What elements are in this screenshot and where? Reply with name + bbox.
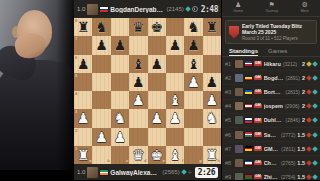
- square-c7[interactable]: ♟: [111, 36, 129, 54]
- square-e5[interactable]: [148, 73, 166, 91]
- rank-label: 8: [75, 19, 77, 23]
- piece-black-pawn[interactable]: ♟: [114, 38, 127, 52]
- bottom-player-clock: 2:26: [195, 167, 218, 178]
- square-b3[interactable]: [92, 109, 110, 127]
- piece-white-pawn[interactable]: ♟: [206, 93, 219, 107]
- square-e8[interactable]: ♚: [148, 18, 166, 36]
- bottom-player-name[interactable]: GalwayAlexander: [110, 169, 160, 176]
- top-player-bar: 1.0 BogdanDeryabin09 (2145) 2:48: [74, 0, 221, 18]
- badge-diamond-icon: [312, 89, 318, 95]
- square-a7[interactable]: 7: [74, 36, 92, 54]
- row-score-area: 1.5: [297, 132, 317, 138]
- piece-black-pawn[interactable]: ♟: [132, 75, 145, 89]
- square-h1[interactable]: h♜: [203, 146, 221, 164]
- player-score: 1.5: [297, 160, 305, 166]
- square-d3[interactable]: [129, 109, 147, 127]
- square-f3[interactable]: ♟: [166, 109, 184, 127]
- piece-white-pawn[interactable]: ♟: [132, 93, 145, 107]
- player-name: jospem: [264, 103, 283, 109]
- player-rating: (2772): [281, 132, 295, 138]
- square-h7[interactable]: [203, 36, 221, 54]
- stream-screen: 1.0 BogdanDeryabin09 (2145) 2:48 8♜♞♛♚♞♜…: [0, 0, 320, 180]
- square-g4[interactable]: [184, 91, 202, 109]
- player-name: Hikaru: [264, 61, 281, 67]
- square-d7[interactable]: [129, 36, 147, 54]
- title-chip: GM: [254, 61, 262, 66]
- country-flag-icon: [245, 175, 252, 180]
- piece-black-pawn[interactable]: ♟: [95, 38, 108, 52]
- rank-number: #7: [225, 146, 233, 152]
- badge-diamond-icon: [312, 174, 318, 180]
- piece-black-pawn[interactable]: ♟: [187, 38, 200, 52]
- toolbar-button-more[interactable]: ⚙More: [301, 2, 309, 14]
- title-chip: GM: [254, 132, 262, 137]
- rank-label: 3: [75, 110, 77, 114]
- country-flag-icon: [245, 146, 252, 151]
- square-a2[interactable]: 2: [74, 128, 92, 146]
- rank-label: 6: [75, 56, 77, 60]
- badge-diamond-icon: [306, 174, 312, 180]
- square-g3[interactable]: [184, 109, 202, 127]
- badge-diamond-icon: [312, 118, 318, 124]
- square-h5[interactable]: ♟: [203, 73, 221, 91]
- square-c4[interactable]: [111, 91, 129, 109]
- square-c6[interactable]: [111, 55, 129, 73]
- membership-diamond-icon: [185, 6, 191, 12]
- square-a3[interactable]: 3♟: [74, 109, 92, 127]
- square-b8[interactable]: ♞: [92, 18, 110, 36]
- square-e4[interactable]: [148, 91, 166, 109]
- clock-icon: [192, 6, 198, 12]
- country-flag-icon: [245, 76, 252, 81]
- title-chip: GM: [254, 118, 262, 123]
- title-chip: GM: [254, 90, 262, 95]
- piece-white-pawn[interactable]: ♟: [77, 111, 90, 125]
- tab-standings[interactable]: Standings: [229, 48, 258, 56]
- player-score: 2: [302, 61, 305, 67]
- player-avatar: [235, 131, 243, 139]
- title-chip: GM: [254, 175, 262, 180]
- square-b1[interactable]: b: [92, 146, 110, 164]
- piece-white-pawn[interactable]: ♟: [187, 75, 200, 89]
- player-score: 2: [302, 103, 305, 109]
- country-flag-icon: [245, 90, 252, 95]
- file-label: e: [163, 159, 165, 163]
- square-e6[interactable]: ♟: [148, 55, 166, 73]
- player-name: Duhless: [264, 117, 284, 123]
- standings-row[interactable]: #1GMHikaru(3212)2: [222, 57, 320, 71]
- square-b7[interactable]: ♟: [92, 36, 110, 54]
- file-label: a: [89, 159, 91, 163]
- top-player-rating: (2145): [166, 6, 183, 12]
- player-avatar: [235, 159, 243, 167]
- tournament-sidebar: ♟Game⚑Tourney⚙More Early Titled Tuesday …: [221, 0, 320, 180]
- tab-games[interactable]: Games: [268, 48, 287, 56]
- piece-black-pawn[interactable]: ♟: [169, 38, 182, 52]
- square-d5[interactable]: ♟: [129, 73, 147, 91]
- standings-row[interactable]: #5GMDuhless(2846)2: [222, 114, 320, 128]
- square-e3[interactable]: ♟: [148, 109, 166, 127]
- rank-number: #9: [225, 174, 233, 180]
- square-b5[interactable]: [92, 73, 110, 91]
- square-h3[interactable]: ♞: [203, 109, 221, 127]
- player-avatar: [235, 173, 243, 180]
- square-f7[interactable]: ♟: [166, 36, 184, 54]
- square-g6[interactable]: ♝: [184, 55, 202, 73]
- player-name: Bortnyk: [264, 89, 284, 95]
- row-score-area: 2: [302, 61, 317, 67]
- square-b4[interactable]: [92, 91, 110, 109]
- square-d4[interactable]: ♟: [129, 91, 147, 109]
- player-rating: (3212): [283, 61, 297, 67]
- row-score-area: 1.5: [297, 146, 317, 152]
- square-b6[interactable]: [92, 55, 110, 73]
- top-player-avatar[interactable]: [87, 4, 98, 15]
- player-avatar: [235, 102, 243, 110]
- rank-number: #4: [225, 103, 233, 109]
- toolbar-button-tourney[interactable]: ⚑Tourney: [266, 2, 278, 14]
- piece-white-rook[interactable]: ♜: [77, 148, 90, 162]
- square-g1[interactable]: g: [184, 146, 202, 164]
- country-flag-icon: [245, 161, 252, 166]
- player-rating: (2754): [281, 174, 295, 180]
- player-rating: (2765): [281, 160, 295, 166]
- row-score-area: 2: [302, 103, 317, 109]
- square-a1[interactable]: 1a♜: [74, 146, 92, 164]
- standings-row[interactable]: #8GMChopper900(2765)1.5: [222, 156, 320, 170]
- toolbar-label: Game: [233, 10, 243, 14]
- square-f6[interactable]: [166, 55, 184, 73]
- title-chip: GM: [254, 104, 262, 109]
- square-f8[interactable]: [166, 18, 184, 36]
- tournament-banner[interactable]: Early Titled Tuesday Blitz March 25 2025…: [225, 20, 317, 44]
- toolbar-label: More: [301, 10, 309, 14]
- square-a6[interactable]: 6♟: [74, 55, 92, 73]
- player-score: 1.5: [297, 146, 305, 152]
- top-player-clock: 2:48: [201, 5, 218, 14]
- rank-number: #1: [225, 61, 233, 67]
- country-flag-icon: [245, 132, 252, 137]
- badge-diamond-icon: [306, 103, 312, 109]
- badge-diamond-icon: [312, 160, 318, 166]
- player-rating: (2811): [281, 146, 295, 152]
- rank-label: 4: [75, 92, 77, 96]
- flag-icon: ⚑: [269, 2, 275, 9]
- player-score: 2: [302, 89, 305, 95]
- file-label: d: [144, 159, 146, 163]
- player-avatar: [235, 74, 243, 82]
- square-d8[interactable]: ♛: [129, 18, 147, 36]
- rank-number: #6: [225, 132, 233, 138]
- piece-white-pawn[interactable]: ♟: [150, 111, 163, 125]
- tournament-shield-icon: [229, 26, 239, 39]
- square-a8[interactable]: 8♜: [74, 18, 92, 36]
- file-label: g: [199, 159, 201, 163]
- piece-black-bishop[interactable]: ♝: [132, 57, 145, 71]
- file-label: b: [107, 159, 109, 163]
- rank-number: #5: [225, 117, 233, 123]
- rank-label: 2: [75, 129, 77, 133]
- badge-diamond-icon: [312, 103, 318, 109]
- title-chip: GM: [254, 76, 262, 81]
- square-d1[interactable]: d♛: [129, 146, 147, 164]
- square-f1[interactable]: f♝: [166, 146, 184, 164]
- tournament-subtitle: Round 3 of 11 • 512 Players: [242, 36, 313, 41]
- square-h2[interactable]: [203, 128, 221, 146]
- piece-black-queen[interactable]: ♛: [132, 20, 145, 34]
- square-b2[interactable]: ♟: [92, 128, 110, 146]
- row-score-area: 2: [302, 75, 317, 81]
- player-rating: (2891): [285, 75, 299, 81]
- standings-row[interactable]: #2GMBogdanDeac(2891)2: [222, 71, 320, 85]
- square-e2[interactable]: [148, 128, 166, 146]
- piece-white-queen[interactable]: ♛: [132, 148, 145, 162]
- plus-icon[interactable]: +: [188, 169, 192, 176]
- player-score: 2: [302, 117, 305, 123]
- piece-white-bishop[interactable]: ♝: [169, 148, 182, 162]
- square-a4[interactable]: 4: [74, 91, 92, 109]
- player-avatar: [235, 145, 243, 153]
- pawn-icon: ♟: [235, 2, 241, 9]
- square-h4[interactable]: ♟: [203, 91, 221, 109]
- rank-label: 7: [75, 37, 77, 41]
- square-g2[interactable]: [184, 128, 202, 146]
- bottom-match-score: 1.0: [77, 169, 85, 175]
- badge-diamond-icon: [312, 61, 318, 67]
- gear-icon: ⚙: [302, 2, 308, 9]
- player-name: Zhigalko_Sergei: [264, 174, 279, 180]
- country-flag-icon: [245, 104, 252, 109]
- title-chip: GM: [254, 146, 262, 151]
- player-avatar: [235, 88, 243, 96]
- piece-black-pawn[interactable]: ♟: [150, 57, 163, 71]
- row-score-area: 2: [302, 117, 317, 123]
- badge-diamond-icon: [312, 132, 318, 138]
- player-avatar: [235, 116, 243, 124]
- membership-diamond-icon: [181, 169, 187, 175]
- square-f2[interactable]: [166, 128, 184, 146]
- bottom-player-flag-icon: [100, 170, 108, 175]
- sidebar-toolbar: ♟Game⚑Tourney⚙More: [222, 0, 320, 17]
- rank-number: #3: [225, 89, 233, 95]
- row-score-area: 1.5: [297, 174, 317, 180]
- player-score: 2: [302, 75, 305, 81]
- square-a5[interactable]: 5: [74, 73, 92, 91]
- rank-number: #2: [225, 75, 233, 81]
- piece-white-pawn[interactable]: ♟: [114, 130, 127, 144]
- piece-white-king[interactable]: ♚: [150, 148, 163, 162]
- player-name: Sanan_Sjugirov: [264, 132, 279, 138]
- standings-row[interactable]: #3GMBortnyk(2815)2: [222, 85, 320, 99]
- country-flag-icon: [245, 61, 252, 66]
- sidebar-tabs: StandingsGames: [222, 46, 320, 57]
- square-h6[interactable]: [203, 55, 221, 73]
- player-rating: (2815): [285, 89, 299, 95]
- top-match-score: 1.0: [77, 6, 85, 12]
- piece-black-knight[interactable]: ♞: [95, 20, 108, 34]
- bottom-player-rating: (2565): [162, 169, 179, 175]
- standings-row[interactable]: #6GMSanan_Sjugirov(2772)1.5: [222, 128, 320, 142]
- file-label: h: [218, 159, 220, 163]
- standings-list: #1GMHikaru(3212)2#2GMBogdanDeac(2891)2#3…: [222, 57, 320, 180]
- square-g5[interactable]: ♟: [184, 73, 202, 91]
- file-label: c: [126, 159, 128, 163]
- rank-label: 1: [75, 147, 77, 151]
- square-d2[interactable]: [129, 128, 147, 146]
- piece-white-pawn[interactable]: ♟: [95, 130, 108, 144]
- player-score: 1.5: [297, 132, 305, 138]
- bottom-player-bar: 1.0 GalwayAlexander (2565) + 2:26: [74, 164, 221, 180]
- row-score-area: 2: [302, 89, 317, 95]
- badge-diamond-icon: [306, 160, 312, 166]
- toolbar-label: Tourney: [266, 10, 278, 14]
- piece-black-rook[interactable]: ♜: [77, 20, 90, 34]
- badge-diamond-icon: [312, 75, 318, 81]
- webcam-shadow: [56, 0, 74, 170]
- standings-row[interactable]: #9GMZhigalko_Sergei(2754)1.5: [222, 171, 320, 181]
- square-c2[interactable]: ♟: [111, 128, 129, 146]
- square-d6[interactable]: ♝: [129, 55, 147, 73]
- badge-diamond-icon: [306, 118, 312, 124]
- tournament-title: Early Titled Tuesday Blitz March 25 2025: [242, 23, 313, 35]
- player-name: Chopper900: [264, 160, 279, 166]
- piece-white-rook[interactable]: ♜: [206, 148, 219, 162]
- title-chip: GM: [254, 161, 262, 166]
- player-score: 1.5: [297, 174, 305, 180]
- player-name: GM_dmitrij: [264, 146, 280, 152]
- chess-board[interactable]: 8♜♞♛♚♞♜7♟♟♟♟6♟♝♟♝5♟♟♟4♟♝♟3♟♞♟♟♞2♟♟1a♜bcd…: [74, 18, 221, 164]
- player-name: BogdanDeac: [264, 75, 284, 81]
- piece-black-bishop[interactable]: ♝: [187, 57, 200, 71]
- piece-black-rook[interactable]: ♜: [206, 20, 219, 34]
- square-f5[interactable]: [166, 73, 184, 91]
- webcam-video: [0, 0, 74, 170]
- top-player-name[interactable]: BogdanDeryabin09: [110, 6, 164, 13]
- player-rating: (2846): [285, 117, 299, 123]
- toolbar-button-game[interactable]: ♟Game: [233, 2, 243, 14]
- piece-white-knight[interactable]: ♞: [114, 111, 127, 125]
- rank-label: 5: [75, 74, 77, 78]
- piece-black-king[interactable]: ♚: [150, 20, 163, 34]
- square-f4[interactable]: ♝: [166, 91, 184, 109]
- square-c5[interactable]: [111, 73, 129, 91]
- square-g7[interactable]: ♟: [184, 36, 202, 54]
- piece-black-pawn[interactable]: ♟: [77, 57, 90, 71]
- piece-black-knight[interactable]: ♞: [187, 20, 200, 34]
- piece-white-knight[interactable]: ♞: [206, 111, 219, 125]
- rank-number: #8: [225, 160, 233, 166]
- piece-white-pawn[interactable]: ♟: [169, 111, 182, 125]
- square-c8[interactable]: [111, 18, 129, 36]
- standings-row[interactable]: #7GMGM_dmitrij(2811)1.5: [222, 142, 320, 156]
- square-c1[interactable]: c: [111, 146, 129, 164]
- player-rating: (2906): [285, 103, 299, 109]
- top-player-flag-icon: [100, 7, 108, 12]
- player-avatar: [235, 60, 243, 68]
- square-g8[interactable]: ♞: [184, 18, 202, 36]
- file-label: f: [182, 159, 183, 163]
- piece-black-pawn[interactable]: ♟: [206, 75, 219, 89]
- row-score-area: 1.5: [297, 160, 317, 166]
- square-c3[interactable]: ♞: [111, 109, 129, 127]
- badge-diamond-icon: [306, 89, 312, 95]
- standings-row[interactable]: #4GMjospem(2906)2: [222, 100, 320, 114]
- square-e1[interactable]: e♚: [148, 146, 166, 164]
- square-h8[interactable]: ♜: [203, 18, 221, 36]
- badge-diamond-icon: [312, 146, 318, 152]
- country-flag-icon: [245, 118, 252, 123]
- square-e7[interactable]: [148, 36, 166, 54]
- bottom-player-avatar[interactable]: [87, 167, 98, 178]
- piece-white-bishop[interactable]: ♝: [169, 93, 182, 107]
